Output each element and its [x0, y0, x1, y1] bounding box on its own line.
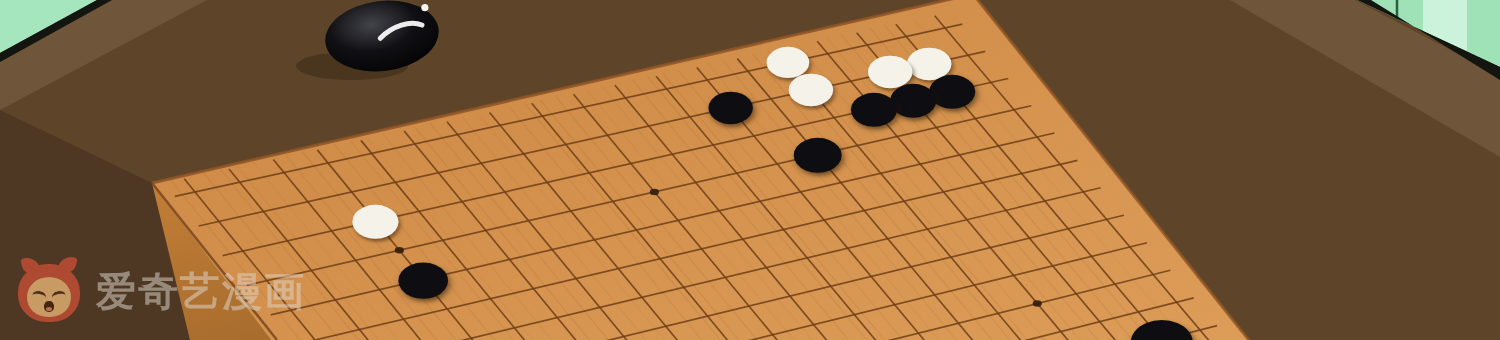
mascot-tongue: [46, 307, 52, 311]
star-point: [650, 189, 659, 195]
star-point: [395, 247, 404, 253]
comic-panel: ●●●●●●●●●●●● 爱奇艺漫画: [0, 0, 1500, 340]
star-point: [1033, 300, 1042, 306]
mascot-eye-right: [51, 290, 67, 303]
mascot-hood: [18, 264, 80, 322]
watermark-text: 爱奇艺漫画: [96, 264, 306, 319]
watermark-logo: [16, 252, 86, 328]
mascot-face: [27, 277, 71, 317]
mascot-eye-left: [31, 290, 47, 303]
mascot-mouth: [44, 301, 54, 312]
